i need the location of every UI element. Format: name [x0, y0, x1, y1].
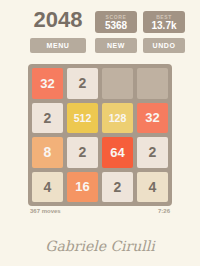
best-box: BEST 13.7k [143, 11, 185, 33]
menu-button[interactable]: MENU [30, 38, 86, 53]
empty-cell [102, 68, 133, 99]
tile-4: 4 [137, 172, 168, 203]
game-title: 2048 [30, 8, 86, 32]
best-value: 13.7k [143, 20, 185, 31]
app-2048: 2048 SCORE 5368 BEST 13.7k MENU NEW UNDO… [0, 0, 200, 266]
tile-4: 4 [32, 172, 63, 203]
author-signature: Gabriele Cirulli [0, 238, 200, 254]
tile-2: 2 [67, 137, 98, 168]
tile-512: 512 [67, 103, 98, 134]
undo-button[interactable]: UNDO [143, 38, 185, 53]
moves-counter: 367 moves [30, 207, 61, 215]
empty-cell [137, 68, 168, 99]
tile-2: 2 [137, 137, 168, 168]
tile-2: 2 [32, 103, 63, 134]
tile-8: 8 [32, 137, 63, 168]
tile-2: 2 [67, 68, 98, 99]
score-value: 5368 [95, 20, 137, 31]
tile-64: 64 [102, 137, 133, 168]
board[interactable]: 3222512128328264241624 [28, 64, 172, 206]
tile-16: 16 [67, 172, 98, 203]
tile-32: 32 [137, 103, 168, 134]
timer: 7:26 [158, 207, 170, 215]
tile-32: 32 [32, 68, 63, 99]
new-game-button[interactable]: NEW [95, 38, 137, 53]
tile-128: 128 [102, 103, 133, 134]
tile-2: 2 [102, 172, 133, 203]
score-box: SCORE 5368 [95, 11, 137, 33]
